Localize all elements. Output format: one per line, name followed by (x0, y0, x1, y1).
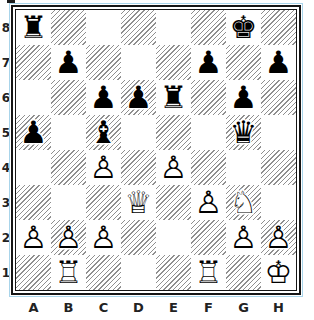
square-g6: ♟♟ (226, 80, 261, 115)
square-d2 (121, 220, 156, 255)
square-e1 (156, 255, 191, 290)
white-pawn-b2: ♟♙ (51, 220, 86, 255)
square-f8 (191, 10, 226, 45)
white-pawn-a2: ♟♙ (16, 220, 51, 255)
board: ♜♜♚♚♟♟♟♟♟♟♟♟♟♟♜♜♟♟♟♟♝♝♛♛♟♙♟♙♛♕♟♙♞♘♟♙♟♙♟♙… (16, 10, 296, 290)
square-e7 (156, 45, 191, 80)
square-d7 (121, 45, 156, 80)
square-f3: ♟♙ (191, 185, 226, 220)
square-b4 (51, 150, 86, 185)
black-rook-a8: ♜♜ (16, 10, 51, 45)
square-d5 (121, 115, 156, 150)
file-label-e: E (156, 299, 191, 315)
square-b7: ♟♟ (51, 45, 86, 80)
square-h1: ♚♔ (261, 255, 296, 290)
square-g4 (226, 150, 261, 185)
square-e5 (156, 115, 191, 150)
file-label-c: C (86, 299, 121, 315)
square-b1: ♜♖ (51, 255, 86, 290)
square-h3 (261, 185, 296, 220)
square-d4 (121, 150, 156, 185)
square-e6: ♜♜ (156, 80, 191, 115)
square-h2: ♟♙ (261, 220, 296, 255)
white-queen-d3: ♛♕ (121, 185, 156, 220)
square-c6: ♟♟ (86, 80, 121, 115)
square-c1 (86, 255, 121, 290)
square-g2: ♟♙ (226, 220, 261, 255)
square-c2: ♟♙ (86, 220, 121, 255)
square-f7: ♟♟ (191, 45, 226, 80)
square-a4 (16, 150, 51, 185)
square-f6 (191, 80, 226, 115)
square-g8: ♚♚ (226, 10, 261, 45)
black-pawn-d6: ♟♟ (121, 80, 156, 115)
square-h7: ♟♟ (261, 45, 296, 80)
square-c5: ♝♝ (86, 115, 121, 150)
file-labels: ABCDEFGH (16, 299, 296, 315)
file-label-a: A (16, 299, 51, 315)
white-pawn-g2: ♟♙ (226, 220, 261, 255)
white-pawn-c2: ♟♙ (86, 220, 121, 255)
square-a3 (16, 185, 51, 220)
square-d6: ♟♟ (121, 80, 156, 115)
black-pawn-f7: ♟♟ (191, 45, 226, 80)
square-d1 (121, 255, 156, 290)
square-e2 (156, 220, 191, 255)
black-rook-e6: ♜♜ (156, 80, 191, 115)
board-outer-frame: ♜♜♚♚♟♟♟♟♟♟♟♟♟♟♜♜♟♟♟♟♝♝♛♛♟♙♟♙♛♕♟♙♞♘♟♙♟♙♟♙… (9, 3, 303, 297)
square-a6 (16, 80, 51, 115)
square-h5 (261, 115, 296, 150)
square-e4: ♟♙ (156, 150, 191, 185)
white-pawn-e4: ♟♙ (156, 150, 191, 185)
square-b3 (51, 185, 86, 220)
white-pawn-f3: ♟♙ (191, 185, 226, 220)
file-label-d: D (121, 299, 156, 315)
square-c7 (86, 45, 121, 80)
square-e8 (156, 10, 191, 45)
square-d8 (121, 10, 156, 45)
black-bishop-c5: ♝♝ (86, 115, 121, 150)
chess-diagram: 87654321 ♜♜♚♚♟♟♟♟♟♟♟♟♟♟♜♜♟♟♟♟♝♝♛♛♟♙♟♙♛♕♟… (0, 0, 314, 320)
black-pawn-b7: ♟♟ (51, 45, 86, 80)
white-rook-f1: ♜♖ (191, 255, 226, 290)
black-pawn-h7: ♟♟ (261, 45, 296, 80)
black-pawn-c6: ♟♟ (86, 80, 121, 115)
square-e3 (156, 185, 191, 220)
square-b8 (51, 10, 86, 45)
square-d3: ♛♕ (121, 185, 156, 220)
square-a8: ♜♜ (16, 10, 51, 45)
square-h6 (261, 80, 296, 115)
white-rook-b1: ♜♖ (51, 255, 86, 290)
square-b2: ♟♙ (51, 220, 86, 255)
board-border: ♜♜♚♚♟♟♟♟♟♟♟♟♟♟♜♜♟♟♟♟♝♝♛♛♟♙♟♙♛♕♟♙♞♘♟♙♟♙♟♙… (11, 5, 301, 295)
black-king-g8: ♚♚ (226, 10, 261, 45)
board-inner-border: ♜♜♚♚♟♟♟♟♟♟♟♟♟♟♜♜♟♟♟♟♝♝♛♛♟♙♟♙♛♕♟♙♞♘♟♙♟♙♟♙… (15, 9, 297, 291)
white-knight-g3: ♞♘ (226, 185, 261, 220)
square-f5 (191, 115, 226, 150)
white-pawn-h2: ♟♙ (261, 220, 296, 255)
white-king-h1: ♚♔ (261, 255, 296, 290)
black-pawn-g6: ♟♟ (226, 80, 261, 115)
square-g7 (226, 45, 261, 80)
file-label-b: B (51, 299, 86, 315)
black-pawn-a5: ♟♟ (16, 115, 51, 150)
square-c3 (86, 185, 121, 220)
square-a2: ♟♙ (16, 220, 51, 255)
square-g1 (226, 255, 261, 290)
square-b5 (51, 115, 86, 150)
square-c8 (86, 10, 121, 45)
file-label-g: G (226, 299, 261, 315)
file-label-h: H (261, 299, 296, 315)
square-a5: ♟♟ (16, 115, 51, 150)
square-f2 (191, 220, 226, 255)
white-pawn-c4: ♟♙ (86, 150, 121, 185)
square-h8 (261, 10, 296, 45)
black-queen-g5: ♛♛ (226, 115, 261, 150)
square-a7 (16, 45, 51, 80)
file-label-f: F (191, 299, 226, 315)
square-b6 (51, 80, 86, 115)
square-a1 (16, 255, 51, 290)
square-c4: ♟♙ (86, 150, 121, 185)
square-g5: ♛♛ (226, 115, 261, 150)
square-g3: ♞♘ (226, 185, 261, 220)
square-f1: ♜♖ (191, 255, 226, 290)
square-f4 (191, 150, 226, 185)
square-h4 (261, 150, 296, 185)
